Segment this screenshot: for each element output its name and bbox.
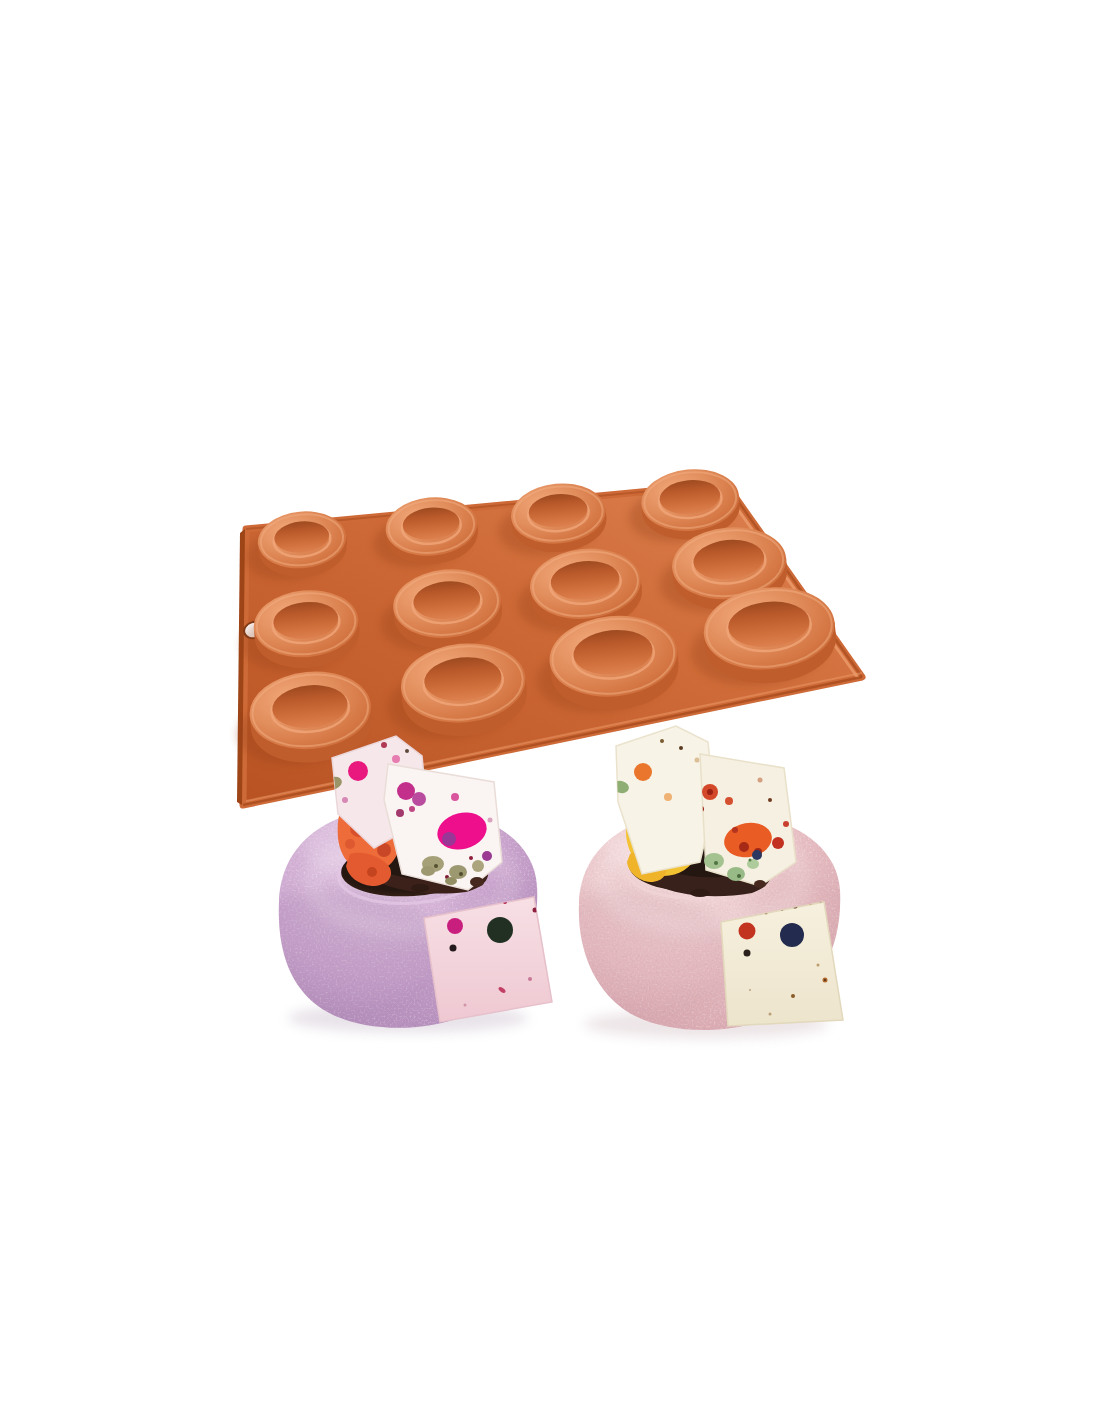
splatter-dot xyxy=(758,778,763,783)
splatter-dot xyxy=(679,746,683,750)
splatter-dot xyxy=(469,856,473,860)
splatter-dot xyxy=(411,884,429,892)
splatter-dot xyxy=(434,864,438,868)
splatter-dot xyxy=(739,923,756,940)
product-image-canvas xyxy=(0,0,1100,1422)
splatter-dot xyxy=(737,874,741,878)
splatter-dot xyxy=(451,793,459,801)
splatter-dot xyxy=(348,761,368,781)
splatter-dot xyxy=(449,865,467,879)
splatter-dot xyxy=(690,889,710,897)
splatter-dot xyxy=(472,860,484,872)
scene-svg xyxy=(0,0,1100,1422)
splatter-dot xyxy=(634,763,652,781)
splatter-dot xyxy=(392,755,400,763)
splatter-dot xyxy=(704,853,724,869)
splatter-dot xyxy=(459,872,463,876)
splatter-dot xyxy=(528,977,532,981)
splatter-dot xyxy=(409,806,415,812)
splatter-dot xyxy=(727,867,745,881)
splatter-dot xyxy=(754,880,766,888)
splatter-dot xyxy=(744,950,751,957)
splatter-dot xyxy=(783,821,789,827)
splatter-dot xyxy=(445,877,457,885)
splatter-dot xyxy=(739,842,749,852)
splatter-dot xyxy=(464,1004,467,1007)
splatter-dot xyxy=(660,739,664,743)
splatter-dot xyxy=(482,851,492,861)
splatter-dot xyxy=(405,749,409,753)
splatter-dot xyxy=(342,797,348,803)
splatter-dot xyxy=(421,866,435,876)
chocolate-plaque xyxy=(721,899,843,1026)
splatter-dot xyxy=(664,793,672,801)
splatter-dot xyxy=(442,832,456,846)
splatter-dot xyxy=(732,827,738,833)
cake-pink xyxy=(510,726,855,1039)
plaque-body xyxy=(721,902,843,1026)
splatter-dot xyxy=(791,994,795,998)
splatter-dot xyxy=(768,798,772,802)
splatter-dot xyxy=(447,918,463,934)
splatter-dot xyxy=(780,923,804,947)
splatter-dot xyxy=(817,964,820,967)
splatter-dot xyxy=(749,859,752,862)
splatter-dot xyxy=(725,797,733,805)
splatter-dot xyxy=(487,917,513,943)
splatter-dot xyxy=(345,839,355,849)
splatter-dot xyxy=(470,877,484,887)
splatter-dot xyxy=(749,989,751,991)
splatter-dot xyxy=(367,867,377,877)
splatter-dot xyxy=(752,850,762,860)
splatter-dot xyxy=(450,945,457,952)
splatter-dot xyxy=(396,809,404,817)
chocolate-shard xyxy=(384,764,502,890)
splatter-dot xyxy=(543,917,547,921)
splatter-dot xyxy=(488,818,493,823)
silicone-mold xyxy=(232,465,862,805)
plaque-body xyxy=(424,897,552,1022)
splatter-dot xyxy=(824,979,826,981)
splatter-dot xyxy=(381,742,387,748)
splatter-dot xyxy=(707,789,713,795)
splatter-dot xyxy=(412,792,426,806)
fruit-spots xyxy=(367,867,377,877)
splatter-dot xyxy=(769,1013,772,1016)
splatter-dot xyxy=(772,837,784,849)
scene-root xyxy=(210,465,862,1039)
splatter-dot xyxy=(695,758,700,763)
splatter-dot xyxy=(714,861,718,865)
